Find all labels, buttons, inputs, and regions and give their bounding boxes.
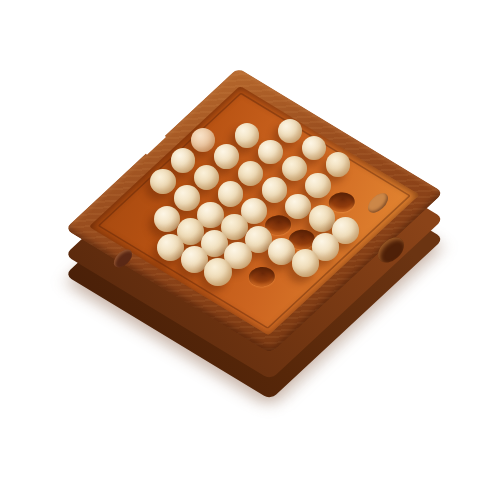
marble[interactable] bbox=[235, 123, 259, 147]
marble[interactable] bbox=[309, 205, 335, 231]
product-photo-stage bbox=[0, 0, 500, 500]
marble[interactable] bbox=[218, 181, 244, 207]
marble[interactable] bbox=[174, 185, 200, 211]
marble[interactable] bbox=[258, 140, 283, 165]
marble[interactable] bbox=[214, 144, 239, 169]
marble[interactable] bbox=[154, 206, 180, 232]
marble[interactable] bbox=[262, 177, 287, 202]
marble[interactable] bbox=[238, 161, 263, 186]
marble[interactable] bbox=[285, 194, 311, 220]
marble[interactable] bbox=[282, 156, 307, 181]
marble[interactable] bbox=[171, 148, 196, 173]
marble[interactable] bbox=[305, 173, 330, 198]
marble[interactable] bbox=[150, 169, 175, 194]
marble[interactable] bbox=[191, 128, 215, 152]
marble[interactable] bbox=[194, 165, 219, 190]
marble[interactable] bbox=[204, 258, 232, 286]
